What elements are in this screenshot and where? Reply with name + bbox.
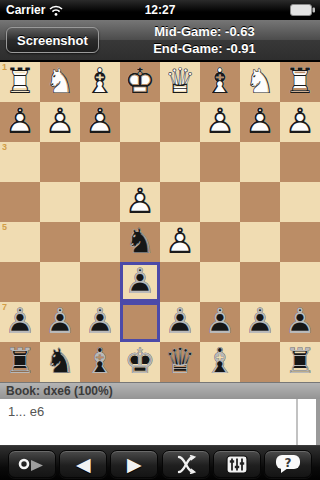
square-h4[interactable]: [0, 182, 40, 222]
settings-button[interactable]: [213, 450, 261, 478]
square-a6[interactable]: [280, 262, 320, 302]
square-b3[interactable]: [240, 142, 280, 182]
square-g5[interactable]: [40, 222, 80, 262]
bottom-toolbar: ◀ ▶: [0, 445, 320, 480]
piece-black-rook: ♜♖: [0, 342, 40, 382]
back-button[interactable]: ◀: [59, 450, 107, 478]
piece-white-pawn: ♟♙: [0, 102, 40, 142]
piece-white-knight: ♞♘: [240, 62, 280, 102]
piece-black-pawn: ♟♙: [160, 302, 200, 342]
square-g8[interactable]: ♞♘: [40, 342, 80, 382]
square-f1[interactable]: ♝♗: [80, 62, 120, 102]
sliders-icon: [226, 455, 248, 474]
square-b8[interactable]: [240, 342, 280, 382]
crossed-arrows-icon: [175, 455, 197, 474]
square-c5[interactable]: [200, 222, 240, 262]
square-g7[interactable]: ♟♙: [40, 302, 80, 342]
piece-white-rook: ♜♖: [0, 62, 40, 102]
square-c1[interactable]: ♝♗: [200, 62, 240, 102]
square-a7[interactable]: ♟♙: [280, 302, 320, 342]
square-h1[interactable]: 1♜♖: [0, 62, 40, 102]
square-b1[interactable]: ♞♘: [240, 62, 280, 102]
left-arrow-icon: ◀: [76, 455, 91, 474]
piece-black-rook: ♜♖: [280, 342, 320, 382]
move-list-scrollbar[interactable]: [296, 399, 298, 445]
piece-black-king: ♚♔: [120, 342, 160, 382]
square-h3[interactable]: 3: [0, 142, 40, 182]
square-e7[interactable]: [120, 302, 160, 342]
square-f4[interactable]: [80, 182, 120, 222]
square-b5[interactable]: [240, 222, 280, 262]
piece-white-knight: ♞♘: [40, 62, 80, 102]
square-d2[interactable]: [160, 102, 200, 142]
square-e8[interactable]: ♚♔: [120, 342, 160, 382]
piece-black-knight: ♞♘: [40, 342, 80, 382]
square-f6[interactable]: [80, 262, 120, 302]
square-d7[interactable]: ♟♙: [160, 302, 200, 342]
svg-text:?: ?: [284, 456, 291, 470]
square-e6[interactable]: ♟♙: [120, 262, 160, 302]
clock: 12:27: [0, 3, 320, 17]
move-list-panel[interactable]: 1... e6: [0, 399, 320, 445]
piece-white-rook: ♜♖: [280, 62, 320, 102]
piece-black-pawn: ♟♙: [40, 302, 80, 342]
piece-black-pawn: ♟♙: [120, 262, 160, 302]
square-f8[interactable]: ♝♗: [80, 342, 120, 382]
piece-black-pawn: ♟♙: [0, 302, 40, 342]
square-d1[interactable]: ♛♕: [160, 62, 200, 102]
piece-black-knight: ♞♘: [120, 222, 160, 262]
piece-white-pawn: ♟♙: [120, 182, 160, 222]
app-screen: Carrier 12:27 Screenshot Mid-Game: -0.63…: [0, 0, 320, 480]
square-h5[interactable]: 5: [0, 222, 40, 262]
switch-sides-button[interactable]: [162, 450, 210, 478]
end-game-eval: End-Game: -0.91: [95, 40, 314, 57]
right-arrow-icon: ▶: [127, 455, 142, 474]
piece-black-pawn: ♟♙: [240, 302, 280, 342]
square-g1[interactable]: ♞♘: [40, 62, 80, 102]
square-d5[interactable]: ♟♙: [160, 222, 200, 262]
square-d8[interactable]: ♛♕: [160, 342, 200, 382]
screenshot-button[interactable]: Screenshot: [6, 27, 99, 53]
piece-white-pawn: ♟♙: [280, 102, 320, 142]
square-c7[interactable]: ♟♙: [200, 302, 240, 342]
piece-white-pawn: ♟♙: [40, 102, 80, 142]
piece-white-queen: ♛♕: [160, 62, 200, 102]
square-f3[interactable]: [80, 142, 120, 182]
piece-black-pawn: ♟♙: [280, 302, 320, 342]
square-c8[interactable]: ♝♗: [200, 342, 240, 382]
square-c2[interactable]: ♟♙: [200, 102, 240, 142]
square-h6[interactable]: [0, 262, 40, 302]
book-bar: Book: dxe6 (100%): [0, 382, 320, 399]
square-g6[interactable]: [40, 262, 80, 302]
square-e2[interactable]: [120, 102, 160, 142]
square-e5[interactable]: ♞♘: [120, 222, 160, 262]
rank-label-3: 3: [2, 143, 7, 152]
square-a5[interactable]: [280, 222, 320, 262]
square-d4[interactable]: [160, 182, 200, 222]
square-e4[interactable]: ♟♙: [120, 182, 160, 222]
help-button[interactable]: ?: [264, 450, 312, 478]
square-a1[interactable]: ♜♖: [280, 62, 320, 102]
square-b2[interactable]: ♟♙: [240, 102, 280, 142]
square-b4[interactable]: [240, 182, 280, 222]
square-d6[interactable]: [160, 262, 200, 302]
square-c3[interactable]: [200, 142, 240, 182]
square-c4[interactable]: [200, 182, 240, 222]
square-a3[interactable]: [280, 142, 320, 182]
nav-bar: Screenshot Mid-Game: -0.63 End-Game: -0.…: [0, 20, 320, 62]
square-a8[interactable]: ♜♖: [280, 342, 320, 382]
piece-white-bishop: ♝♗: [80, 62, 120, 102]
square-h2[interactable]: ♟♙: [0, 102, 40, 142]
square-f7[interactable]: ♟♙: [80, 302, 120, 342]
square-h7[interactable]: 7♟♙: [0, 302, 40, 342]
move-list-text: 1... e6: [8, 404, 44, 419]
square-e3[interactable]: [120, 142, 160, 182]
piece-white-pawn: ♟♙: [160, 222, 200, 262]
piece-white-pawn: ♟♙: [80, 102, 120, 142]
piece-white-bishop: ♝♗: [200, 62, 240, 102]
square-f2[interactable]: ♟♙: [80, 102, 120, 142]
square-a4[interactable]: [280, 182, 320, 222]
rank-label-5: 5: [2, 223, 7, 232]
square-b7[interactable]: ♟♙: [240, 302, 280, 342]
square-e1[interactable]: ♚♔: [120, 62, 160, 102]
chess-board: 1♜♖♞♘♝♗♚♔♛♕♝♗♞♘♜♖♟♙♟♙♟♙♟♙♟♙♟♙3♟♙5♞♘♟♙♟♙7…: [0, 62, 320, 382]
engine-move-button[interactable]: [8, 450, 56, 478]
square-b6[interactable]: [240, 262, 280, 302]
mid-game-eval: Mid-Game: -0.63: [95, 23, 314, 40]
square-g3[interactable]: [40, 142, 80, 182]
piece-black-bishop: ♝♗: [80, 342, 120, 382]
piece-black-pawn: ♟♙: [200, 302, 240, 342]
piece-white-pawn: ♟♙: [200, 102, 240, 142]
record-play-icon: [17, 456, 47, 473]
piece-white-king: ♚♔: [120, 62, 160, 102]
square-c6[interactable]: [200, 262, 240, 302]
book-move-label: Book: dxe6 (100%): [6, 384, 113, 398]
piece-black-queen: ♛♕: [160, 342, 200, 382]
forward-button[interactable]: ▶: [110, 450, 158, 478]
square-h8[interactable]: ♜♖: [0, 342, 40, 382]
square-f5[interactable]: [80, 222, 120, 262]
square-g4[interactable]: [40, 182, 80, 222]
status-bar: Carrier 12:27: [0, 0, 320, 20]
piece-black-pawn: ♟♙: [80, 302, 120, 342]
engine-evaluation: Mid-Game: -0.63 End-Game: -0.91: [95, 23, 314, 57]
question-bubble-icon: ?: [275, 454, 301, 474]
square-d3[interactable]: [160, 142, 200, 182]
square-g2[interactable]: ♟♙: [40, 102, 80, 142]
square-a2[interactable]: ♟♙: [280, 102, 320, 142]
piece-white-pawn: ♟♙: [240, 102, 280, 142]
piece-black-bishop: ♝♗: [200, 342, 240, 382]
